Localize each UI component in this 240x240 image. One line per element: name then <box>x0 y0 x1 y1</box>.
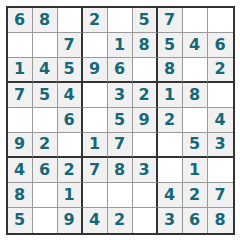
cell-r7c8[interactable]: 1 <box>183 158 208 183</box>
cell-r7c7[interactable] <box>158 158 183 183</box>
cell-r6c1[interactable]: 9 <box>8 133 33 158</box>
cell-r2c4[interactable] <box>83 33 108 58</box>
cell-r1c7[interactable]: 7 <box>158 8 183 33</box>
cell-r3c8[interactable] <box>183 58 208 83</box>
cell-r5c3[interactable]: 6 <box>58 108 83 133</box>
cell-r8c4[interactable] <box>83 183 108 208</box>
cell-r3c7[interactable]: 8 <box>158 58 183 83</box>
cell-r9c4[interactable]: 4 <box>83 208 108 233</box>
cell-r4c8[interactable]: 8 <box>183 83 208 108</box>
cell-r2c1[interactable] <box>8 33 33 58</box>
cell-r6c2[interactable]: 2 <box>33 133 58 158</box>
cell-r7c4[interactable]: 7 <box>83 158 108 183</box>
cell-r3c5[interactable]: 6 <box>108 58 133 83</box>
cell-r7c9[interactable] <box>208 158 233 183</box>
cell-r4c7[interactable]: 1 <box>158 83 183 108</box>
cell-r3c3[interactable]: 5 <box>58 58 83 83</box>
cell-r4c1[interactable]: 7 <box>8 83 33 108</box>
cell-r1c4[interactable]: 2 <box>83 8 108 33</box>
cell-r7c1[interactable]: 4 <box>8 158 33 183</box>
cell-r9c7[interactable]: 3 <box>158 208 183 233</box>
cell-r4c3[interactable]: 4 <box>58 83 83 108</box>
cell-r2c9[interactable]: 6 <box>208 33 233 58</box>
cell-r1c5[interactable] <box>108 8 133 33</box>
cell-r6c5[interactable]: 7 <box>108 133 133 158</box>
cell-r2c7[interactable]: 5 <box>158 33 183 58</box>
cell-r6c9[interactable]: 3 <box>208 133 233 158</box>
cell-r7c5[interactable]: 8 <box>108 158 133 183</box>
cell-r8c2[interactable] <box>33 183 58 208</box>
cell-r1c3[interactable] <box>58 8 83 33</box>
cell-r5c9[interactable]: 4 <box>208 108 233 133</box>
cell-r1c6[interactable]: 5 <box>133 8 158 33</box>
cell-r9c1[interactable]: 5 <box>8 208 33 233</box>
cell-r5c6[interactable]: 9 <box>133 108 158 133</box>
cell-r3c4[interactable]: 9 <box>83 58 108 83</box>
cell-r6c8[interactable]: 5 <box>183 133 208 158</box>
cell-r5c8[interactable] <box>183 108 208 133</box>
cell-r8c9[interactable]: 7 <box>208 183 233 208</box>
cell-r2c3[interactable]: 7 <box>58 33 83 58</box>
sudoku-page: 6825771854614596827543218659249217534627… <box>0 0 240 240</box>
cell-r5c7[interactable]: 2 <box>158 108 183 133</box>
cell-r5c5[interactable]: 5 <box>108 108 133 133</box>
cell-r2c6[interactable]: 8 <box>133 33 158 58</box>
cell-r3c2[interactable]: 4 <box>33 58 58 83</box>
cell-r4c6[interactable]: 2 <box>133 83 158 108</box>
cell-r2c5[interactable]: 1 <box>108 33 133 58</box>
cell-r9c5[interactable]: 2 <box>108 208 133 233</box>
cell-r3c9[interactable]: 2 <box>208 58 233 83</box>
cell-r9c8[interactable]: 6 <box>183 208 208 233</box>
cell-r5c4[interactable] <box>83 108 108 133</box>
cell-r9c9[interactable]: 8 <box>208 208 233 233</box>
cell-r1c8[interactable] <box>183 8 208 33</box>
cell-r8c1[interactable]: 8 <box>8 183 33 208</box>
cell-r4c2[interactable]: 5 <box>33 83 58 108</box>
cell-r9c2[interactable] <box>33 208 58 233</box>
cell-r4c4[interactable] <box>83 83 108 108</box>
cell-r8c5[interactable] <box>108 183 133 208</box>
cell-r5c2[interactable] <box>33 108 58 133</box>
cell-r2c8[interactable]: 4 <box>183 33 208 58</box>
cell-r6c3[interactable] <box>58 133 83 158</box>
cell-r7c3[interactable]: 2 <box>58 158 83 183</box>
cell-r4c5[interactable]: 3 <box>108 83 133 108</box>
cell-r9c6[interactable] <box>133 208 158 233</box>
cell-r9c3[interactable]: 9 <box>58 208 83 233</box>
cell-r6c6[interactable] <box>133 133 158 158</box>
cell-r1c1[interactable]: 6 <box>8 8 33 33</box>
cell-r7c2[interactable]: 6 <box>33 158 58 183</box>
cell-r6c4[interactable]: 1 <box>83 133 108 158</box>
cell-r3c1[interactable]: 1 <box>8 58 33 83</box>
cell-r7c6[interactable]: 3 <box>133 158 158 183</box>
cell-r5c1[interactable] <box>8 108 33 133</box>
cell-r4c9[interactable] <box>208 83 233 108</box>
cell-r1c2[interactable]: 8 <box>33 8 58 33</box>
cell-r8c8[interactable]: 2 <box>183 183 208 208</box>
cell-r8c7[interactable]: 4 <box>158 183 183 208</box>
cell-r6c7[interactable] <box>158 133 183 158</box>
sudoku-board: 6825771854614596827543218659249217534627… <box>6 6 235 235</box>
cell-r3c6[interactable] <box>133 58 158 83</box>
cell-r2c2[interactable] <box>33 33 58 58</box>
cell-r1c9[interactable] <box>208 8 233 33</box>
cell-r8c6[interactable] <box>133 183 158 208</box>
cell-r8c3[interactable]: 1 <box>58 183 83 208</box>
